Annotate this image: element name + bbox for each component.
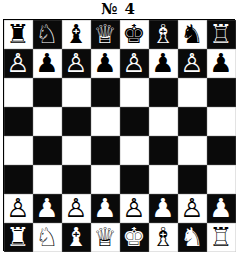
square-a4[interactable]	[4, 136, 33, 165]
black-pawn-piece: ♟	[209, 49, 232, 78]
square-a6[interactable]	[4, 78, 33, 107]
square-f6[interactable]	[149, 78, 178, 107]
square-g7[interactable]: ♙	[178, 49, 207, 78]
square-c2[interactable]: ♙	[62, 194, 91, 223]
square-f2[interactable]: ♟	[149, 194, 178, 223]
square-b8[interactable]: ♘	[33, 20, 62, 49]
square-h6[interactable]	[207, 78, 236, 107]
square-a8[interactable]: ♜	[4, 20, 33, 49]
square-g3[interactable]	[178, 165, 207, 194]
square-b3[interactable]	[33, 165, 62, 194]
square-d5[interactable]	[91, 107, 120, 136]
square-f3[interactable]	[149, 165, 178, 194]
white-bishop-piece: ♗	[151, 223, 174, 252]
white-pawn-piece: ♙	[180, 194, 203, 223]
chess-diagram-page: № 4 ♜♘♝♕♚♗♞♖♙♟♙♟♙♟♙♟♙♟♙♟♙♟♙♟♜♘♝♕♚♗♞♖	[0, 0, 237, 261]
black-pawn-piece: ♙	[64, 49, 87, 78]
diagram-number-title: № 4	[0, 0, 237, 18]
white-queen-piece: ♕	[93, 223, 116, 252]
square-c5[interactable]	[62, 107, 91, 136]
square-h8[interactable]: ♖	[207, 20, 236, 49]
square-h2[interactable]: ♟	[207, 194, 236, 223]
square-c1[interactable]: ♝	[62, 223, 91, 252]
square-g8[interactable]: ♞	[178, 20, 207, 49]
black-pawn-piece: ♙	[180, 49, 203, 78]
square-a2[interactable]: ♙	[4, 194, 33, 223]
square-a7[interactable]: ♙	[4, 49, 33, 78]
square-a1[interactable]: ♜	[4, 223, 33, 252]
chess-board: ♜♘♝♕♚♗♞♖♙♟♙♟♙♟♙♟♙♟♙♟♙♟♙♟♜♘♝♕♚♗♞♖	[3, 19, 235, 251]
square-e1[interactable]: ♚	[120, 223, 149, 252]
square-g5[interactable]	[178, 107, 207, 136]
square-d3[interactable]	[91, 165, 120, 194]
square-d1[interactable]: ♕	[91, 223, 120, 252]
black-rook-piece: ♜	[6, 20, 29, 49]
square-h7[interactable]: ♟	[207, 49, 236, 78]
square-c7[interactable]: ♙	[62, 49, 91, 78]
black-pawn-piece: ♟	[151, 49, 174, 78]
white-knight-piece: ♞	[180, 223, 203, 252]
square-h3[interactable]	[207, 165, 236, 194]
white-pawn-piece: ♙	[122, 194, 145, 223]
square-e4[interactable]	[120, 136, 149, 165]
square-a5[interactable]	[4, 107, 33, 136]
square-f4[interactable]	[149, 136, 178, 165]
square-e7[interactable]: ♙	[120, 49, 149, 78]
white-pawn-piece: ♙	[64, 194, 87, 223]
square-b1[interactable]: ♘	[33, 223, 62, 252]
white-rook-piece: ♜	[6, 223, 29, 252]
black-pawn-piece: ♟	[93, 49, 116, 78]
square-c8[interactable]: ♝	[62, 20, 91, 49]
square-e8[interactable]: ♚	[120, 20, 149, 49]
square-f1[interactable]: ♗	[149, 223, 178, 252]
square-e6[interactable]	[120, 78, 149, 107]
square-b4[interactable]	[33, 136, 62, 165]
black-pawn-piece: ♟	[35, 49, 58, 78]
white-pawn-piece: ♟	[151, 194, 174, 223]
white-bishop-piece: ♝	[64, 223, 87, 252]
square-b2[interactable]: ♟	[33, 194, 62, 223]
square-g4[interactable]	[178, 136, 207, 165]
white-king-piece: ♚	[122, 223, 145, 252]
square-h1[interactable]: ♖	[207, 223, 236, 252]
square-h5[interactable]	[207, 107, 236, 136]
square-c6[interactable]	[62, 78, 91, 107]
square-d2[interactable]: ♟	[91, 194, 120, 223]
square-e2[interactable]: ♙	[120, 194, 149, 223]
black-bishop-piece: ♝	[64, 20, 87, 49]
white-pawn-piece: ♟	[209, 194, 232, 223]
square-b7[interactable]: ♟	[33, 49, 62, 78]
black-king-piece: ♚	[122, 20, 145, 49]
square-e3[interactable]	[120, 165, 149, 194]
square-b6[interactable]	[33, 78, 62, 107]
square-f8[interactable]: ♗	[149, 20, 178, 49]
square-b5[interactable]	[33, 107, 62, 136]
square-d8[interactable]: ♕	[91, 20, 120, 49]
white-knight-piece: ♘	[35, 223, 58, 252]
black-rook-piece: ♖	[209, 20, 232, 49]
square-h4[interactable]	[207, 136, 236, 165]
black-bishop-piece: ♗	[151, 20, 174, 49]
black-pawn-piece: ♙	[122, 49, 145, 78]
square-d6[interactable]	[91, 78, 120, 107]
square-a3[interactable]	[4, 165, 33, 194]
square-c4[interactable]	[62, 136, 91, 165]
white-rook-piece: ♖	[209, 223, 232, 252]
square-d4[interactable]	[91, 136, 120, 165]
square-d7[interactable]: ♟	[91, 49, 120, 78]
square-f7[interactable]: ♟	[149, 49, 178, 78]
square-f5[interactable]	[149, 107, 178, 136]
square-g1[interactable]: ♞	[178, 223, 207, 252]
square-g2[interactable]: ♙	[178, 194, 207, 223]
black-knight-piece: ♞	[180, 20, 203, 49]
white-pawn-piece: ♟	[35, 194, 58, 223]
square-c3[interactable]	[62, 165, 91, 194]
white-pawn-piece: ♟	[93, 194, 116, 223]
white-pawn-piece: ♙	[6, 194, 29, 223]
black-queen-piece: ♕	[93, 20, 116, 49]
square-g6[interactable]	[178, 78, 207, 107]
black-pawn-piece: ♙	[6, 49, 29, 78]
black-knight-piece: ♘	[35, 20, 58, 49]
square-e5[interactable]	[120, 107, 149, 136]
